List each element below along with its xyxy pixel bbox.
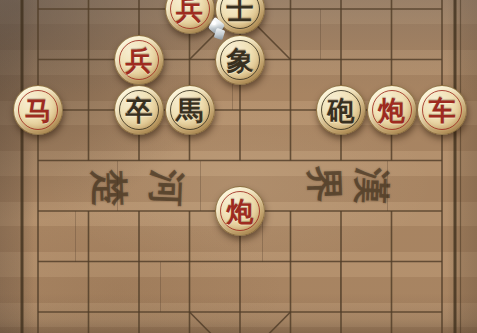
- piece-black-elephant[interactable]: 象: [215, 35, 265, 85]
- piece-black-horse[interactable]: 馬: [165, 85, 215, 135]
- piece-character: 馬: [166, 86, 214, 134]
- piece-black-soldier[interactable]: 卒: [114, 85, 164, 135]
- piece-black-cannon[interactable]: 砲: [316, 85, 366, 135]
- piece-character: 卒: [115, 86, 163, 134]
- piece-character: 炮: [216, 187, 264, 235]
- piece-character: 兵: [115, 36, 163, 84]
- xiangqi-board[interactable]: 楚河界漢 兵士兵象马卒馬砲炮车炮: [0, 0, 477, 333]
- piece-character: 砲: [317, 86, 365, 134]
- river-character: 漢: [348, 162, 396, 210]
- river-character: 楚: [86, 164, 134, 212]
- sparkle-icon: [207, 16, 229, 42]
- piece-red-horse[interactable]: 马: [13, 85, 63, 135]
- piece-character: 炮: [368, 86, 416, 134]
- piece-red-cannon[interactable]: 炮: [367, 85, 417, 135]
- river-character: 界: [301, 160, 349, 208]
- piece-red-chariot[interactable]: 车: [417, 85, 467, 135]
- piece-red-soldier[interactable]: 兵: [114, 35, 164, 85]
- piece-red-cannon[interactable]: 炮: [215, 186, 265, 236]
- piece-character: 象: [216, 36, 264, 84]
- piece-character: 马: [14, 86, 62, 134]
- river-character: 河: [143, 164, 191, 212]
- piece-character: 车: [418, 86, 466, 134]
